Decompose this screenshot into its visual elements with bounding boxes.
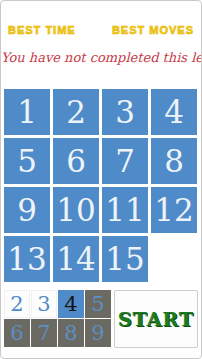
level-cell-7[interactable]: 7 bbox=[31, 319, 57, 347]
puzzle-board: 123456789101112131415 bbox=[4, 89, 201, 282]
puzzle-tile-4[interactable]: 4 bbox=[151, 89, 197, 135]
level-cell-8[interactable]: 8 bbox=[58, 319, 84, 347]
level-cell-4[interactable]: 4 bbox=[58, 290, 84, 318]
puzzle-tile-14[interactable]: 14 bbox=[53, 236, 99, 282]
game-screen: BEST TIME BEST MOVES You have not comple… bbox=[0, 0, 202, 359]
level-cell-6[interactable]: 6 bbox=[4, 319, 30, 347]
bottom-bar: 23456789 START bbox=[1, 290, 201, 348]
status-message: You have not completed this level! bbox=[1, 49, 201, 66]
puzzle-tile-9[interactable]: 9 bbox=[4, 187, 50, 233]
puzzle-tile-8[interactable]: 8 bbox=[151, 138, 197, 184]
puzzle-tile-3[interactable]: 3 bbox=[102, 89, 148, 135]
level-cell-5[interactable]: 5 bbox=[85, 290, 111, 318]
puzzle-empty-cell bbox=[151, 236, 197, 282]
puzzle-tile-12[interactable]: 12 bbox=[151, 187, 197, 233]
puzzle-tile-7[interactable]: 7 bbox=[102, 138, 148, 184]
puzzle-tile-6[interactable]: 6 bbox=[53, 138, 99, 184]
puzzle-tile-13[interactable]: 13 bbox=[4, 236, 50, 282]
puzzle-tile-5[interactable]: 5 bbox=[4, 138, 50, 184]
puzzle-tile-10[interactable]: 10 bbox=[53, 187, 99, 233]
puzzle-tile-11[interactable]: 11 bbox=[102, 187, 148, 233]
level-selector: 23456789 bbox=[4, 290, 111, 348]
start-button[interactable]: START bbox=[114, 290, 198, 348]
level-cell-3[interactable]: 3 bbox=[31, 290, 57, 318]
best-time-label: BEST TIME bbox=[8, 24, 76, 36]
puzzle-tile-1[interactable]: 1 bbox=[4, 89, 50, 135]
puzzle-tile-2[interactable]: 2 bbox=[53, 89, 99, 135]
best-moves-label: BEST MOVES bbox=[112, 24, 194, 36]
level-cell-2[interactable]: 2 bbox=[4, 290, 30, 318]
puzzle-tile-15[interactable]: 15 bbox=[102, 236, 148, 282]
level-cell-9[interactable]: 9 bbox=[85, 319, 111, 347]
header-bar: BEST TIME BEST MOVES bbox=[1, 24, 201, 36]
